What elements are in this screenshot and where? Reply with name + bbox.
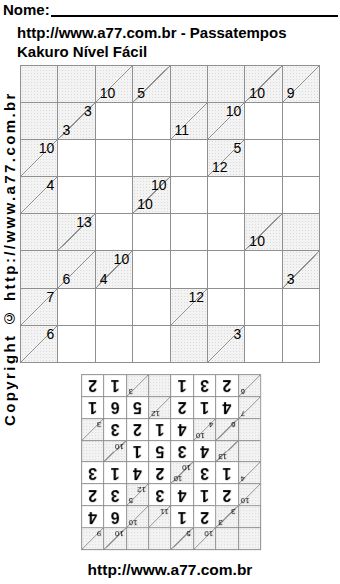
solution-cell-r6c8: 3 — [81, 418, 103, 440]
cell-r6c8: 3 — [283, 251, 320, 288]
cell-r2c1 — [21, 103, 58, 140]
cell-r8c5 — [171, 326, 208, 363]
cell-r2c6: 10 — [208, 103, 245, 140]
solution-cell-r2c7: 6 — [103, 505, 125, 527]
kakuro-solution-board: 1051093321111064102143512324131010241313… — [81, 374, 261, 550]
copyright-vertical-text: Copyright © http://www.a77.com.br — [1, 66, 18, 426]
across-clue: 10 — [196, 431, 205, 439]
cell-r7c3[interactable] — [96, 289, 133, 326]
across-clue: 6 — [47, 327, 55, 341]
cell-r8c3[interactable] — [96, 326, 133, 363]
cell-r2c4[interactable] — [133, 103, 170, 140]
cell-r1c6 — [208, 66, 245, 103]
solution-cell-r6c6: 2 — [126, 418, 148, 440]
solution-cell-r1c6 — [126, 527, 148, 549]
cell-r5c8 — [283, 214, 320, 251]
across-clue: 10 — [226, 104, 242, 118]
name-row: Nome: — [3, 1, 338, 17]
solution-cell-r7c3: 1 — [193, 396, 215, 418]
solution-cell-r3c7: 3 — [103, 483, 125, 505]
solution-cell-r8c2: 2 — [215, 374, 237, 396]
across-clue: 12 — [188, 290, 204, 304]
across-clue: 10 — [241, 496, 250, 504]
across-clue: 7 — [241, 409, 245, 417]
cell-r3c1: 10 — [21, 140, 58, 177]
solution-cell-r4c2: 1 — [215, 462, 237, 484]
solution-cell-r8c7: 1 — [103, 374, 125, 396]
cell-r5c1 — [21, 214, 58, 251]
down-clue: 10 — [204, 529, 213, 537]
cell-r7c4[interactable] — [133, 289, 170, 326]
cell-r7c6[interactable] — [208, 289, 245, 326]
cell-r6c7[interactable] — [245, 251, 282, 288]
solution-cell-r8c3: 3 — [193, 374, 215, 396]
down-clue: 9 — [97, 529, 101, 537]
down-clue: 3 — [62, 123, 70, 137]
cell-r3c3[interactable] — [96, 140, 133, 177]
down-clue: 3 — [287, 272, 295, 286]
cell-r7c1: 7 — [21, 289, 58, 326]
down-clue: 4 — [100, 272, 108, 286]
cell-r4c8[interactable] — [283, 177, 320, 214]
cell-r2c3[interactable] — [96, 103, 133, 140]
down-clue: 12 — [212, 160, 228, 174]
cell-r6c1 — [21, 251, 58, 288]
cell-r6c4[interactable] — [133, 251, 170, 288]
cell-r5c3[interactable] — [96, 214, 133, 251]
solution-cell-r3c3: 1 — [193, 483, 215, 505]
cell-r5c5[interactable] — [171, 214, 208, 251]
solution-cell-r8c4: 1 — [171, 374, 193, 396]
solution-cell-r3c1: 10 — [238, 483, 260, 505]
cell-r4c6[interactable] — [208, 177, 245, 214]
across-clue: 4 — [47, 178, 55, 192]
solution-cell-r6c2: 6 — [215, 418, 237, 440]
solution-cell-r6c4: 4 — [171, 418, 193, 440]
cell-r3c7[interactable] — [245, 140, 282, 177]
solution-cell-r3c5: 3 — [148, 483, 170, 505]
across-clue: 3 — [234, 327, 242, 341]
cell-r7c7[interactable] — [245, 289, 282, 326]
solution-cell-r7c5: 12 — [148, 396, 170, 418]
cell-r2c2: 33 — [58, 103, 95, 140]
solution-cell-r8c1: 6 — [238, 374, 260, 396]
cell-r7c5: 12 — [171, 289, 208, 326]
down-clue: 10 — [100, 86, 116, 100]
across-clue: 5 — [234, 141, 242, 155]
solution-cell-r6c5: 1 — [148, 418, 170, 440]
solution-cell-r8c5 — [148, 374, 170, 396]
across-clue: 10 — [129, 518, 138, 526]
across-clue: 4 — [241, 474, 245, 482]
cell-r8c6: 3 — [208, 326, 245, 363]
cell-r2c7[interactable] — [245, 103, 282, 140]
down-clue: 10 — [115, 529, 124, 537]
across-clue: 13 — [76, 215, 92, 229]
down-clue: 9 — [287, 86, 295, 100]
across-clue: 7 — [47, 290, 55, 304]
solution-cell-r6c1 — [238, 418, 260, 440]
solution-cell-r5c6: 1 — [126, 440, 148, 462]
solution-cell-r5c8 — [81, 440, 103, 462]
cell-r6c3: 104 — [96, 251, 133, 288]
cell-r2c8[interactable] — [283, 103, 320, 140]
solution-cell-r7c7: 6 — [103, 396, 125, 418]
across-clue: 12 — [151, 409, 160, 417]
solution-cell-r4c5: 2 — [148, 462, 170, 484]
across-clue: 10 — [174, 474, 183, 482]
cell-r1c1 — [21, 66, 58, 103]
solution-cell-r5c7: 10 — [103, 440, 125, 462]
solution-cell-r1c3: 10 — [193, 527, 215, 549]
name-blank-line — [51, 3, 338, 17]
cell-r4c2[interactable] — [58, 177, 95, 214]
solution-cell-r8c6: 3 — [126, 374, 148, 396]
solution-cell-r6c3: 104 — [193, 418, 215, 440]
down-clue: 10 — [137, 197, 153, 211]
down-clue: 10 — [249, 234, 265, 248]
across-clue: 3 — [218, 518, 222, 526]
cell-r1c2 — [58, 66, 95, 103]
solution-cell-r4c1: 4 — [238, 462, 260, 484]
down-clue: 5 — [187, 529, 191, 537]
cell-r3c8[interactable] — [283, 140, 320, 177]
cell-r3c5[interactable] — [171, 140, 208, 177]
solution-cell-r4c7: 1 — [103, 462, 125, 484]
across-clue: 3 — [84, 104, 92, 118]
solution-cell-r6c7: 3 — [103, 418, 125, 440]
down-clue: 10 — [115, 442, 124, 450]
solution-cell-r5c1 — [238, 440, 260, 462]
solution-cell-r4c8: 3 — [81, 462, 103, 484]
cell-r6c5[interactable] — [171, 251, 208, 288]
across-clue: 13 — [218, 453, 227, 461]
cell-r8c7[interactable] — [245, 326, 282, 363]
solution-cell-r7c4: 2 — [171, 396, 193, 418]
down-clue: 4 — [209, 420, 213, 428]
solution-cell-r1c8: 9 — [81, 527, 103, 549]
down-clue: 6 — [231, 420, 235, 428]
solution-cell-r3c2: 2 — [215, 483, 237, 505]
puzzle-title: Kakuro Nível Fácil — [17, 43, 338, 60]
solution-cell-r8c8: 2 — [81, 374, 103, 396]
solution-cell-r2c6: 10 — [126, 505, 148, 527]
solution-cell-r2c5: 11 — [148, 505, 170, 527]
down-clue: 10 — [249, 86, 265, 100]
solution-cell-r2c1 — [238, 505, 260, 527]
cell-r4c1: 4 — [21, 177, 58, 214]
solution-cell-r5c3: 4 — [193, 440, 215, 462]
cell-r8c1: 6 — [21, 326, 58, 363]
solution-cell-r5c2: 13 — [215, 440, 237, 462]
down-clue: 3 — [97, 420, 101, 428]
solution-cell-r3c4: 4 — [171, 483, 193, 505]
solution-cell-r1c7: 10 — [103, 527, 125, 549]
cell-r5c7: 10 — [245, 214, 282, 251]
cell-r7c2[interactable] — [58, 289, 95, 326]
solution-cell-r2c3: 2 — [193, 505, 215, 527]
solution-cell-r2c2: 33 — [215, 505, 237, 527]
down-clue: 6 — [62, 272, 70, 286]
solution-cell-r1c4: 5 — [171, 527, 193, 549]
cell-r6c2: 6 — [58, 251, 95, 288]
cell-r4c3[interactable] — [96, 177, 133, 214]
cell-r5c6[interactable] — [208, 214, 245, 251]
cell-r1c3: 10 — [96, 66, 133, 103]
solution-cell-r1c2 — [215, 527, 237, 549]
page: { "header": { "name_label": "Nome:", "si… — [0, 0, 340, 584]
name-label: Nome: — [3, 2, 50, 17]
cell-r1c4: 5 — [133, 66, 170, 103]
cell-r2c5: 11 — [171, 103, 208, 140]
cell-r1c5 — [171, 66, 208, 103]
cell-r4c7[interactable] — [245, 177, 282, 214]
solution-cell-r3c6: 512 — [126, 483, 148, 505]
solution-cell-r4c6: 4 — [126, 462, 148, 484]
solution-cell-r7c6: 5 — [126, 396, 148, 418]
solution-cell-r7c8: 1 — [81, 396, 103, 418]
cell-r8c2[interactable] — [58, 326, 95, 363]
cell-r3c6: 512 — [208, 140, 245, 177]
solution-cell-r3c8: 2 — [81, 483, 103, 505]
cell-r4c4: 1010 — [133, 177, 170, 214]
down-clue: 11 — [160, 507, 168, 515]
cell-r7c8[interactable] — [283, 289, 320, 326]
cell-r1c8: 9 — [283, 66, 320, 103]
cell-r6c6[interactable] — [208, 251, 245, 288]
cell-r5c4[interactable] — [133, 214, 170, 251]
solution-cell-r7c2: 4 — [215, 396, 237, 418]
solution-cell-r5c5: 5 — [148, 440, 170, 462]
cell-r3c4[interactable] — [133, 140, 170, 177]
cell-r5c2: 13 — [58, 214, 95, 251]
site-title: http://www.a77.com.br - Passatempos — [17, 24, 338, 41]
across-clue: 6 — [241, 387, 245, 395]
cell-r3c2[interactable] — [58, 140, 95, 177]
solution-cell-r2c4: 1 — [171, 505, 193, 527]
across-clue: 10 — [39, 141, 55, 155]
solution-cell-r4c3: 3 — [193, 462, 215, 484]
kakuro-board: 105109331110105124101013106104371263 — [20, 65, 320, 363]
footer-url: http://www.a77.com.br — [0, 561, 340, 579]
down-clue: 12 — [137, 485, 146, 493]
down-clue: 3 — [231, 507, 235, 515]
across-clue: 10 — [114, 252, 130, 266]
across-clue: 10 — [151, 178, 167, 192]
solution-cell-r7c1: 7 — [238, 396, 260, 418]
solution-cell-r1c5 — [148, 527, 170, 549]
solution-cell-r5c4: 3 — [171, 440, 193, 462]
down-clue: 11 — [175, 123, 190, 137]
solution-cell-r2c8: 4 — [81, 505, 103, 527]
cell-r8c8[interactable] — [283, 326, 320, 363]
across-clue: 3 — [129, 387, 133, 395]
down-clue: 5 — [137, 86, 145, 100]
header: Nome: http://www.a77.com.br - Passatempo… — [3, 1, 338, 60]
cell-r4c5[interactable] — [171, 177, 208, 214]
down-clue: 10 — [182, 464, 191, 472]
cell-r1c7: 10 — [245, 66, 282, 103]
solution-cell-r4c4: 1010 — [171, 462, 193, 484]
solution-cell-r1c1 — [238, 527, 260, 549]
across-clue: 5 — [129, 496, 133, 504]
cell-r8c4[interactable] — [133, 326, 170, 363]
